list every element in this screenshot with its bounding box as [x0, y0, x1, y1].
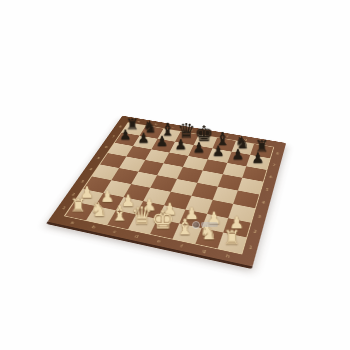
circle-logo-icon: [192, 221, 200, 229]
piece-glyph: ♜: [215, 227, 247, 249]
piece-glyph: ♟: [244, 150, 271, 166]
chess-board: aabbccddeeffgghh8877665544332211 ♜♞♝♛♚♝♞…: [47, 116, 286, 267]
board-scene: aabbccddeeffgghh8877665544332211 ♜♞♝♛♚♝♞…: [0, 0, 350, 350]
watermark-text-smudge: [201, 222, 218, 227]
watermark-logo: [192, 219, 222, 230]
piece-layer: ♜♞♝♛♚♝♞♜♟♟♟♟♟♟♟♟♟♟♟♟♟♟♟♟♜♞♝♛♚♝♞♜: [47, 116, 286, 267]
product-photo-canvas: aabbccddeeffgghh8877665544332211 ♜♞♝♛♚♝♞…: [0, 0, 350, 350]
